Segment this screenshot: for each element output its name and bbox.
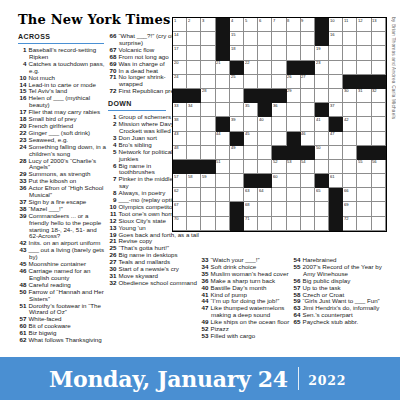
cell-r14c4[interactable] — [216, 202, 230, 216]
cell-number-19: 19 — [316, 47, 321, 51]
cell-r12c2[interactable]: 58 — [187, 174, 201, 188]
cell-r9c8[interactable] — [272, 132, 286, 146]
cell-r1c5[interactable]: 4 — [230, 18, 244, 32]
cell-r9c15[interactable] — [372, 132, 386, 146]
cell-r1c12[interactable]: 10 — [329, 18, 343, 32]
cell-r6c3[interactable]: 28 — [201, 89, 215, 103]
cell-r4c8[interactable] — [272, 61, 286, 75]
cell-r8c8[interactable] — [272, 117, 286, 131]
cell-r3c10[interactable] — [301, 46, 315, 60]
cell-r8c15[interactable] — [372, 117, 386, 131]
cell-number-48: 48 — [174, 146, 179, 150]
cell-r7c3[interactable] — [201, 103, 215, 117]
cell-r4c7[interactable] — [258, 61, 272, 75]
cell-r15c3[interactable] — [201, 217, 215, 231]
cell-r2c13[interactable] — [343, 32, 357, 46]
cell-number-53: 53 — [287, 160, 292, 164]
cell-number-55: 55 — [358, 160, 363, 164]
down-header: DOWN — [108, 100, 166, 111]
cell-r4c4[interactable]: 21 — [216, 61, 230, 75]
cell-r2c6[interactable] — [244, 32, 258, 46]
cell-r9c1[interactable]: 43 — [173, 132, 187, 146]
cell-number-18: 18 — [231, 47, 236, 51]
cell-r15c2[interactable] — [187, 217, 201, 231]
cell-number-1: 1 — [174, 19, 176, 23]
cell-r7c8[interactable]: 36 — [272, 103, 286, 117]
cell-r2c12[interactable]: 16 — [329, 32, 343, 46]
cell-r15c7[interactable] — [258, 217, 272, 231]
cell-number-45: 45 — [245, 132, 250, 136]
cell-r13c4[interactable] — [216, 188, 230, 202]
cell-r14c10[interactable] — [301, 202, 315, 216]
cell-r6c10[interactable] — [301, 89, 315, 103]
cell-r3c7[interactable] — [258, 46, 272, 60]
black-square-r9c5 — [230, 132, 244, 146]
black-square-r2c11 — [315, 32, 329, 46]
cell-r5c2[interactable] — [187, 75, 201, 89]
cell-r13c5[interactable] — [230, 188, 244, 202]
cell-number-22: 22 — [245, 61, 250, 65]
cell-number-34: 34 — [188, 104, 193, 108]
cell-r5c9[interactable]: 26 — [287, 75, 301, 89]
cell-number-24: 24 — [174, 75, 179, 79]
black-square-r5c14 — [357, 75, 371, 89]
cell-number-8: 8 — [287, 19, 289, 23]
cell-r14c1[interactable]: 67 — [173, 202, 187, 216]
black-square-r2c4 — [216, 32, 230, 46]
cell-r2c14[interactable] — [357, 32, 371, 46]
cell-r15c10[interactable] — [301, 217, 315, 231]
cell-r13c3[interactable] — [201, 188, 215, 202]
cell-r8c2[interactable] — [187, 117, 201, 131]
cell-r8c10[interactable] — [301, 117, 315, 131]
cell-r5c8[interactable] — [272, 75, 286, 89]
cell-r6c11[interactable] — [315, 89, 329, 103]
cell-r5c4[interactable] — [216, 75, 230, 89]
cell-number-72: 72 — [344, 217, 349, 221]
black-square-r15c12 — [329, 217, 343, 231]
cell-number-4: 4 — [231, 19, 233, 23]
cell-r2c10[interactable] — [301, 32, 315, 46]
clue-across-36: 36Actor Efron of “High School Musical” — [18, 185, 106, 199]
clue-across-46: 46Carriage named for an English county — [18, 268, 106, 282]
cell-r6c5[interactable] — [230, 89, 244, 103]
clue-down-53: 53Filled with cargo — [200, 333, 297, 340]
cell-r4c14[interactable] — [357, 61, 371, 75]
cell-r2c8[interactable] — [272, 32, 286, 46]
cell-number-6: 6 — [259, 19, 261, 23]
cell-number-38: 38 — [174, 118, 179, 122]
black-square-r8c12 — [329, 117, 343, 131]
cell-r13c6[interactable]: 63 — [244, 188, 258, 202]
cell-number-33: 33 — [174, 104, 179, 108]
cell-r13c7[interactable]: 64 — [258, 188, 272, 202]
black-square-r6c8 — [272, 89, 286, 103]
cell-r14c11[interactable] — [315, 202, 329, 216]
cell-r10c11[interactable]: 50 — [315, 146, 329, 160]
black-square-r6c7 — [258, 89, 272, 103]
black-square-r9c9 — [287, 132, 301, 146]
cell-r10c7[interactable] — [258, 146, 272, 160]
cell-r9c12[interactable]: 47 — [329, 132, 343, 146]
cell-r7c15[interactable] — [372, 103, 386, 117]
cell-r13c15[interactable] — [372, 188, 386, 202]
cell-number-11: 11 — [344, 19, 348, 23]
cell-r7c1[interactable]: 33 — [173, 103, 187, 117]
cell-r8c14[interactable] — [357, 117, 371, 131]
cell-r7c6[interactable]: 35 — [244, 103, 258, 117]
cell-r12c9[interactable] — [287, 174, 301, 188]
cell-r2c15[interactable] — [372, 32, 386, 46]
cell-number-37: 37 — [330, 104, 335, 108]
cell-r8c13[interactable]: 42 — [343, 117, 357, 131]
footer-separator — [298, 367, 299, 390]
cell-r2c9[interactable] — [287, 32, 301, 46]
cell-r15c6[interactable]: 71 — [244, 217, 258, 231]
cell-r10c12[interactable] — [329, 146, 343, 160]
cell-r7c14[interactable] — [357, 103, 371, 117]
cell-r9c3[interactable] — [201, 132, 215, 146]
cell-r13c8[interactable] — [272, 188, 286, 202]
cell-r5c10[interactable]: 27 — [301, 75, 315, 89]
cell-r14c9[interactable] — [287, 202, 301, 216]
cell-r1c8[interactable]: 7 — [272, 18, 286, 32]
across-clue-column: ACROSS1Baseball’s record-setting Ripken4… — [18, 33, 106, 344]
cell-r11c14[interactable]: 55 — [357, 160, 371, 174]
cell-number-21: 21 — [216, 61, 221, 65]
black-square-r14c12 — [329, 202, 343, 216]
cell-number-66: 66 — [344, 189, 349, 193]
cell-r3c15[interactable] — [372, 46, 386, 60]
cell-r15c1[interactable]: 70 — [173, 217, 187, 231]
cell-number-68: 68 — [245, 203, 250, 207]
cell-number-20: 20 — [174, 61, 179, 65]
black-square-r3c4 — [216, 46, 230, 60]
cell-r4c1[interactable]: 20 — [173, 61, 187, 75]
black-square-r4c10 — [301, 61, 315, 75]
cell-r11c5[interactable] — [230, 160, 244, 174]
cell-r14c14[interactable] — [357, 202, 371, 216]
cell-r8c11[interactable]: 41 — [315, 117, 329, 131]
cell-number-39: 39 — [231, 118, 236, 122]
cell-r13c14[interactable] — [357, 188, 371, 202]
cell-r1c6[interactable]: 5 — [244, 18, 258, 32]
cell-number-46: 46 — [301, 132, 306, 136]
clue-across-16: 16Helen of ___ (mythical beauty) — [18, 95, 106, 109]
cell-r5c3[interactable] — [201, 75, 215, 89]
cell-r3c14[interactable] — [357, 46, 371, 60]
black-square-r4c9 — [287, 61, 301, 75]
cell-r15c14[interactable] — [357, 217, 371, 231]
footer-year: 2022 — [308, 373, 346, 388]
cell-r3c1[interactable]: 17 — [173, 46, 187, 60]
cell-r2c1[interactable]: 14 — [173, 32, 187, 46]
cell-r5c12[interactable] — [329, 75, 343, 89]
black-square-r8c4 — [216, 117, 230, 131]
clue-across-51: 51Dorothy’s footwear in “The Wizard of O… — [18, 303, 106, 317]
cell-r6c15[interactable]: 32 — [372, 89, 386, 103]
cell-number-32: 32 — [372, 89, 377, 93]
cell-r4c2[interactable] — [187, 61, 201, 75]
cell-number-63: 63 — [245, 189, 250, 193]
cell-r14c3[interactable] — [201, 202, 215, 216]
cell-r12c12[interactable]: 61 — [329, 174, 343, 188]
cell-r4c15[interactable] — [372, 61, 386, 75]
cell-number-60: 60 — [273, 175, 278, 179]
cell-r1c2[interactable]: 2 — [187, 18, 201, 32]
cell-r10c6[interactable] — [244, 146, 258, 160]
cell-r14c8[interactable] — [272, 202, 286, 216]
cell-r3c8[interactable] — [272, 46, 286, 60]
black-square-r13c12 — [329, 188, 343, 202]
cell-r7c10[interactable] — [301, 103, 315, 117]
clue-across-50: 50Farrow of “Hannah and Her Sisters” — [18, 289, 106, 303]
cell-r12c8[interactable]: 60 — [272, 174, 286, 188]
cell-r10c1[interactable]: 48 — [173, 146, 187, 160]
cell-r6c12[interactable] — [329, 89, 343, 103]
cell-r10c2[interactable] — [187, 146, 201, 160]
cell-r11c12[interactable] — [329, 160, 343, 174]
cell-r9c7[interactable] — [258, 132, 272, 146]
cell-r2c7[interactable] — [258, 32, 272, 46]
cell-r13c10[interactable] — [301, 188, 315, 202]
black-square-r6c2 — [187, 89, 201, 103]
black-square-r10c15 — [372, 146, 386, 160]
cell-r1c15[interactable]: 13 — [372, 18, 386, 32]
cell-r15c11[interactable] — [315, 217, 329, 231]
cell-number-62: 62 — [174, 189, 179, 193]
cell-number-29: 29 — [287, 89, 292, 93]
cell-r3c6[interactable] — [244, 46, 258, 60]
cell-number-44: 44 — [216, 132, 221, 136]
clue-across-1: 1Baseball’s record-setting Ripken — [18, 47, 106, 61]
clue-down-65: 65Paycheck stub abbr. — [292, 319, 392, 326]
cell-r14c15[interactable] — [372, 202, 386, 216]
cell-r13c2[interactable] — [187, 188, 201, 202]
cell-r2c5[interactable]: 15 — [230, 32, 244, 46]
cell-r3c12[interactable] — [329, 46, 343, 60]
cell-number-70: 70 — [174, 217, 179, 221]
cell-r3c5[interactable]: 18 — [230, 46, 244, 60]
cell-r1c3[interactable]: 3 — [201, 18, 215, 32]
cell-r12c5[interactable] — [230, 174, 244, 188]
cell-number-56: 56 — [372, 160, 377, 164]
cell-number-36: 36 — [273, 104, 278, 108]
cell-number-25: 25 — [231, 75, 236, 79]
cell-r9c2[interactable] — [187, 132, 201, 146]
cell-r8c7[interactable]: 40 — [258, 117, 272, 131]
cell-r6c13[interactable]: 30 — [343, 89, 357, 103]
cell-r4c12[interactable] — [329, 61, 343, 75]
black-square-r10c9 — [287, 146, 301, 160]
black-square-r12c7 — [258, 174, 272, 188]
black-square-r7c7 — [258, 103, 272, 117]
cell-r9c13[interactable] — [343, 132, 357, 146]
clue-down-55: 552007’s Record of the Year by Amy Wineh… — [292, 264, 392, 278]
cell-r3c3[interactable] — [201, 46, 215, 60]
cell-r15c4[interactable] — [216, 217, 230, 231]
black-square-r14c5 — [230, 202, 244, 216]
cell-r14c2[interactable] — [187, 202, 201, 216]
cell-r10c4[interactable] — [216, 146, 230, 160]
cell-number-65: 65 — [316, 189, 321, 193]
cell-r3c13[interactable] — [343, 46, 357, 60]
cell-r4c3[interactable] — [201, 61, 215, 75]
cell-number-41: 41 — [316, 118, 321, 122]
cell-r5c11[interactable] — [315, 75, 329, 89]
black-square-r11c3 — [201, 160, 215, 174]
cell-r7c9[interactable] — [287, 103, 301, 117]
cell-r13c13[interactable]: 66 — [343, 188, 357, 202]
date-footer: Monday, January 24 2022 — [0, 357, 400, 400]
cell-r8c3[interactable] — [201, 117, 215, 131]
cell-r9c14[interactable] — [357, 132, 371, 146]
cell-r11c13[interactable] — [343, 160, 357, 174]
cell-r1c7[interactable]: 6 — [258, 18, 272, 32]
cell-r9c6[interactable]: 45 — [244, 132, 258, 146]
cell-r12c15[interactable] — [372, 174, 386, 188]
cell-r9c4[interactable]: 44 — [216, 132, 230, 146]
cell-number-7: 7 — [273, 19, 275, 23]
cell-r7c2[interactable]: 34 — [187, 103, 201, 117]
cell-r1c10[interactable]: 9 — [301, 18, 315, 32]
cell-number-47: 47 — [330, 132, 335, 136]
cell-r8c6[interactable] — [244, 117, 258, 131]
cell-r11c8[interactable]: 52 — [272, 160, 286, 174]
cell-number-27: 27 — [301, 75, 306, 79]
cell-r4c13[interactable] — [343, 61, 357, 75]
cell-r1c13[interactable]: 11 — [343, 18, 357, 32]
cell-r4c11[interactable]: 23 — [315, 61, 329, 75]
cell-r11c4[interactable]: 51 — [216, 160, 230, 174]
cell-number-35: 35 — [245, 104, 250, 108]
cell-r9c10[interactable]: 46 — [301, 132, 315, 146]
cell-number-58: 58 — [188, 175, 193, 179]
cell-number-54: 54 — [301, 160, 306, 164]
cell-r12c14[interactable] — [357, 174, 371, 188]
cell-r11c6[interactable] — [244, 160, 258, 174]
cell-r3c2[interactable] — [187, 46, 201, 60]
cell-number-43: 43 — [174, 132, 179, 136]
cell-r6c14[interactable]: 31 — [357, 89, 371, 103]
cell-number-61: 61 — [330, 175, 335, 179]
cell-number-59: 59 — [202, 175, 207, 179]
cell-r15c13[interactable]: 72 — [343, 217, 357, 231]
cell-r5c6[interactable] — [244, 75, 258, 89]
cell-r5c7[interactable] — [258, 75, 272, 89]
cell-number-69: 69 — [344, 203, 349, 207]
cell-number-23: 23 — [316, 61, 321, 65]
cell-number-26: 26 — [287, 75, 292, 79]
down-clue-column-right: 54Harebrained552007’s Record of the Year… — [292, 257, 392, 326]
cell-number-9: 9 — [301, 19, 303, 23]
cell-r12c4[interactable] — [216, 174, 230, 188]
cell-r11c11[interactable] — [315, 160, 329, 174]
black-square-r10c14 — [357, 146, 371, 160]
cell-r15c8[interactable] — [272, 217, 286, 231]
cell-r14c6[interactable]: 68 — [244, 202, 258, 216]
cell-number-10: 10 — [330, 19, 335, 23]
cell-r12c3[interactable]: 59 — [201, 174, 215, 188]
cell-r1c14[interactable]: 12 — [357, 18, 371, 32]
nyt-masthead: The New York Times — [18, 12, 171, 27]
cell-r3c11[interactable]: 19 — [315, 46, 329, 60]
cell-r9c11[interactable] — [315, 132, 329, 146]
cell-r6c4[interactable] — [216, 89, 230, 103]
cell-r12c10[interactable] — [301, 174, 315, 188]
cell-r11c9[interactable]: 53 — [287, 160, 301, 174]
black-square-r1c4 — [216, 18, 230, 32]
cell-r1c1[interactable]: 1 — [173, 18, 187, 32]
cell-r2c3[interactable] — [201, 32, 215, 46]
cell-r10c3[interactable] — [201, 146, 215, 160]
clue-across-43: 43___ out a living (barely gets by) — [18, 247, 106, 261]
cell-r8c9[interactable] — [287, 117, 301, 131]
crossword-calendar-page: The New York Times ACROSS1Baseball’s rec… — [0, 0, 400, 400]
cell-r4c6[interactable]: 22 — [244, 61, 258, 75]
cell-number-5: 5 — [245, 19, 247, 23]
cell-r8c5[interactable]: 39 — [230, 117, 244, 131]
cell-r7c4[interactable] — [216, 103, 230, 117]
cell-number-52: 52 — [273, 160, 278, 164]
cell-number-12: 12 — [358, 19, 363, 23]
cell-r12c13[interactable] — [343, 174, 357, 188]
cell-r6c9[interactable]: 29 — [287, 89, 301, 103]
cell-r13c9[interactable] — [287, 188, 301, 202]
cell-r15c9[interactable] — [287, 217, 301, 231]
cell-number-17: 17 — [174, 47, 179, 51]
cell-number-28: 28 — [202, 89, 207, 93]
cell-r15c15[interactable] — [372, 217, 386, 231]
cell-r3c9[interactable] — [287, 46, 301, 60]
cell-r5c5[interactable]: 25 — [230, 75, 244, 89]
cell-r7c13[interactable] — [343, 103, 357, 117]
cell-r1c9[interactable]: 8 — [287, 18, 301, 32]
cell-r11c10[interactable]: 54 — [301, 160, 315, 174]
cell-number-13: 13 — [372, 19, 377, 23]
cell-r7c5[interactable] — [230, 103, 244, 117]
cell-r10c5[interactable]: 49 — [230, 146, 244, 160]
cell-r14c7[interactable] — [258, 202, 272, 216]
cell-r10c13[interactable] — [343, 146, 357, 160]
cell-r2c2[interactable] — [187, 32, 201, 46]
cell-r12c1[interactable]: 57 — [173, 174, 187, 188]
down-clue-column-left: 33“Watch your ___!”34Soft drink choice35… — [200, 257, 297, 340]
clue-down-47: 47Like thumped watermelons making a deep… — [200, 305, 297, 319]
cell-number-49: 49 — [231, 146, 236, 150]
black-square-r1c11 — [315, 18, 329, 32]
cell-r11c7[interactable] — [258, 160, 272, 174]
black-square-r4c5 — [230, 61, 244, 75]
cell-number-67: 67 — [174, 203, 179, 207]
clue-down-32: 32Obedience school command — [108, 280, 205, 287]
cell-r7c12[interactable]: 37 — [329, 103, 343, 117]
across-header: ACROSS — [18, 33, 104, 44]
footer-date: Monday, January 24 — [49, 366, 288, 392]
cell-number-16: 16 — [330, 33, 335, 37]
black-square-r11c2 — [187, 160, 201, 174]
black-square-r15c5 — [230, 217, 244, 231]
cell-r8c1[interactable]: 38 — [173, 117, 187, 131]
cell-r13c1[interactable]: 62 — [173, 188, 187, 202]
cell-r14c13[interactable]: 69 — [343, 202, 357, 216]
cell-r11c15[interactable]: 56 — [372, 160, 386, 174]
cell-r5c1[interactable]: 24 — [173, 75, 187, 89]
constructor-byline: by Brian Thomas and Andrea Carla Michael… — [388, 17, 396, 230]
black-square-r12c11 — [315, 174, 329, 188]
cell-r13c11[interactable]: 65 — [315, 188, 329, 202]
cell-number-40: 40 — [259, 118, 264, 122]
